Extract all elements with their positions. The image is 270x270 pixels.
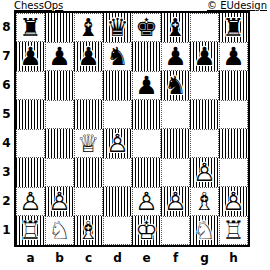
square-c8[interactable]: ♝ [74, 13, 103, 42]
black-pawn: ♟ [190, 42, 219, 71]
white-pawn: ♙ [133, 188, 160, 215]
square-h7[interactable]: ♟ [219, 42, 248, 71]
square-b3[interactable] [45, 158, 74, 187]
square-h8[interactable]: ♜ [219, 13, 248, 42]
white-pawn: ♙ [45, 187, 74, 216]
copyright-label: © EUdesign [207, 0, 267, 11]
square-a3[interactable] [16, 158, 45, 187]
square-b7[interactable]: ♟ [45, 42, 74, 71]
square-e5[interactable] [132, 100, 161, 129]
square-a5[interactable] [16, 100, 45, 129]
square-d1[interactable] [103, 216, 132, 245]
white-pawn: ♙ [103, 129, 132, 158]
rank-label-5: 5 [0, 100, 13, 129]
white-knight: ♘ [190, 216, 219, 245]
file-label-f: f [161, 251, 190, 266]
white-pawn: ♙ [190, 158, 219, 187]
square-g2[interactable]: ♝♗ [190, 187, 219, 216]
rank-labels: 87654321 [0, 13, 13, 245]
white-rook: ♖ [220, 217, 247, 244]
square-h1[interactable]: ♜♖ [219, 216, 248, 245]
square-f2[interactable]: ♟♙ [161, 187, 190, 216]
file-label-e: e [132, 251, 161, 266]
square-f4[interactable] [161, 129, 190, 158]
square-h3[interactable] [219, 158, 248, 187]
rank-label-4: 4 [0, 129, 13, 158]
square-g4[interactable] [190, 129, 219, 158]
file-label-g: g [190, 251, 219, 266]
rank-label-7: 7 [0, 42, 13, 71]
chessboard: ♜♝♛♚♝♜♟♟♟♞♟♟♟♟♞♛♕♟♙♟♙♟♙♟♙♟♙♟♙♝♗♟♙♜♖♞♘♝♗♚… [16, 13, 248, 245]
white-queen: ♕ [75, 130, 102, 157]
square-b1[interactable]: ♞♘ [45, 216, 74, 245]
square-g7[interactable]: ♟ [190, 42, 219, 71]
square-g6[interactable] [190, 71, 219, 100]
square-e7[interactable] [132, 42, 161, 71]
square-d5[interactable] [103, 100, 132, 129]
white-piece-fill-layer: ♝ [191, 188, 218, 215]
white-piece-fill-layer: ♟ [103, 129, 132, 158]
black-knight: ♞ [104, 43, 131, 70]
black-pawn: ♟ [220, 43, 247, 70]
file-label-h: h [219, 251, 248, 266]
square-f3[interactable] [161, 158, 190, 187]
square-e8[interactable]: ♚ [132, 13, 161, 42]
white-pawn: ♙ [17, 188, 44, 215]
square-d8[interactable]: ♛ [103, 13, 132, 42]
square-h2[interactable]: ♟♙ [219, 187, 248, 216]
black-pawn: ♟ [133, 72, 160, 99]
square-g3[interactable]: ♟♙ [190, 158, 219, 187]
chessops-window: ChessOps © EUdesign 87654321 ♜♝♛♚♝♜♟♟♟♞♟… [0, 0, 270, 270]
app-title: ChessOps [14, 0, 63, 11]
rank-label-1: 1 [0, 216, 13, 245]
black-rook: ♜ [219, 13, 248, 42]
black-knight: ♞ [161, 71, 190, 100]
file-label-a: a [16, 251, 45, 266]
black-pawn: ♟ [74, 42, 103, 71]
square-g5[interactable] [190, 100, 219, 129]
square-a4[interactable] [16, 129, 45, 158]
square-b5[interactable] [45, 100, 74, 129]
white-piece-fill-layer: ♛ [75, 130, 102, 157]
rank-label-6: 6 [0, 71, 13, 100]
white-piece-fill-layer: ♜ [16, 216, 45, 245]
white-piece-fill-layer: ♞ [46, 217, 73, 244]
square-h6[interactable] [219, 71, 248, 100]
square-d4[interactable]: ♟♙ [103, 129, 132, 158]
white-piece-fill-layer: ♟ [161, 187, 190, 216]
rank-label-3: 3 [0, 158, 13, 187]
square-f6[interactable]: ♞ [161, 71, 190, 100]
rank-label-2: 2 [0, 187, 13, 216]
square-g1[interactable]: ♞♘ [190, 216, 219, 245]
square-e3[interactable] [132, 158, 161, 187]
square-a7[interactable]: ♟ [16, 42, 45, 71]
square-d2[interactable] [103, 187, 132, 216]
white-pawn: ♙ [161, 187, 190, 216]
black-pawn: ♟ [46, 43, 73, 70]
square-c4[interactable]: ♛♕ [74, 129, 103, 158]
square-f8[interactable]: ♝ [161, 13, 190, 42]
file-label-d: d [103, 251, 132, 266]
square-h4[interactable] [219, 129, 248, 158]
square-f5[interactable] [161, 100, 190, 129]
square-b6[interactable] [45, 71, 74, 100]
square-b4[interactable] [45, 129, 74, 158]
black-bishop: ♝ [75, 14, 102, 41]
square-h5[interactable] [219, 100, 248, 129]
rank-label-8: 8 [0, 13, 13, 42]
square-a8[interactable]: ♜ [16, 13, 45, 42]
white-piece-fill-layer: ♚ [132, 216, 161, 245]
square-e1[interactable]: ♚♔ [132, 216, 161, 245]
square-d6[interactable] [103, 71, 132, 100]
square-c5[interactable] [74, 100, 103, 129]
black-queen: ♛ [103, 13, 132, 42]
file-label-b: b [45, 251, 74, 266]
white-rook: ♖ [16, 216, 45, 245]
file-label-c: c [74, 251, 103, 266]
white-piece-fill-layer: ♟ [190, 158, 219, 187]
white-piece-fill-layer: ♜ [220, 217, 247, 244]
white-piece-fill-layer: ♟ [17, 188, 44, 215]
square-e6[interactable]: ♟ [132, 71, 161, 100]
square-e2[interactable]: ♟♙ [132, 187, 161, 216]
black-pawn: ♟ [162, 43, 189, 70]
white-knight: ♘ [46, 217, 73, 244]
black-bishop: ♝ [161, 13, 190, 42]
square-c6[interactable] [74, 71, 103, 100]
square-g8[interactable] [190, 13, 219, 42]
black-rook: ♜ [17, 14, 44, 41]
square-f7[interactable]: ♟ [161, 42, 190, 71]
white-bishop: ♗ [74, 216, 103, 245]
white-pawn: ♙ [219, 187, 248, 216]
white-bishop: ♗ [191, 188, 218, 215]
square-b8[interactable] [45, 13, 74, 42]
white-piece-fill-layer: ♝ [74, 216, 103, 245]
square-b2[interactable]: ♟♙ [45, 187, 74, 216]
board-frame: ♜♝♛♚♝♜♟♟♟♞♟♟♟♟♞♛♕♟♙♟♙♟♙♟♙♟♙♟♙♝♗♟♙♜♖♞♘♝♗♚… [14, 11, 250, 247]
square-c7[interactable]: ♟ [74, 42, 103, 71]
square-a6[interactable] [16, 71, 45, 100]
white-piece-fill-layer: ♞ [190, 216, 219, 245]
square-a2[interactable]: ♟♙ [16, 187, 45, 216]
black-pawn: ♟ [16, 42, 45, 71]
white-piece-fill-layer: ♟ [133, 188, 160, 215]
file-labels: abcdefgh [16, 251, 248, 266]
square-f1[interactable] [161, 216, 190, 245]
white-piece-fill-layer: ♟ [219, 187, 248, 216]
square-d3[interactable] [103, 158, 132, 187]
square-a1[interactable]: ♜♖ [16, 216, 45, 245]
white-king: ♔ [132, 216, 161, 245]
white-piece-fill-layer: ♟ [45, 187, 74, 216]
square-c2[interactable] [74, 187, 103, 216]
square-c1[interactable]: ♝♗ [74, 216, 103, 245]
square-c3[interactable] [74, 158, 103, 187]
square-d7[interactable]: ♞ [103, 42, 132, 71]
black-king: ♚ [133, 14, 160, 41]
square-e4[interactable] [132, 129, 161, 158]
